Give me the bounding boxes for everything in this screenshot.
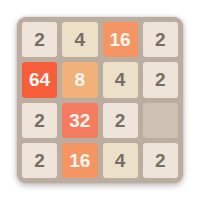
tile-64: 64 xyxy=(22,62,57,97)
tile-4: 4 xyxy=(103,62,138,97)
tile-2: 2 xyxy=(22,143,57,178)
tile-2: 2 xyxy=(103,103,138,138)
tile-8: 8 xyxy=(62,62,97,97)
tile-2: 2 xyxy=(143,22,178,57)
tile-16: 16 xyxy=(62,143,97,178)
game-board-2048[interactable]: 2416264842232221642 xyxy=(17,17,183,183)
tile-2: 2 xyxy=(143,62,178,97)
tile-2: 2 xyxy=(22,22,57,57)
tile-16: 16 xyxy=(103,22,138,57)
tile-2: 2 xyxy=(22,103,57,138)
empty-cell xyxy=(143,103,178,138)
tile-2: 2 xyxy=(143,143,178,178)
tile-4: 4 xyxy=(62,22,97,57)
tile-4: 4 xyxy=(103,143,138,178)
tile-32: 32 xyxy=(62,103,97,138)
app-background: 2416264842232221642 xyxy=(0,0,200,200)
